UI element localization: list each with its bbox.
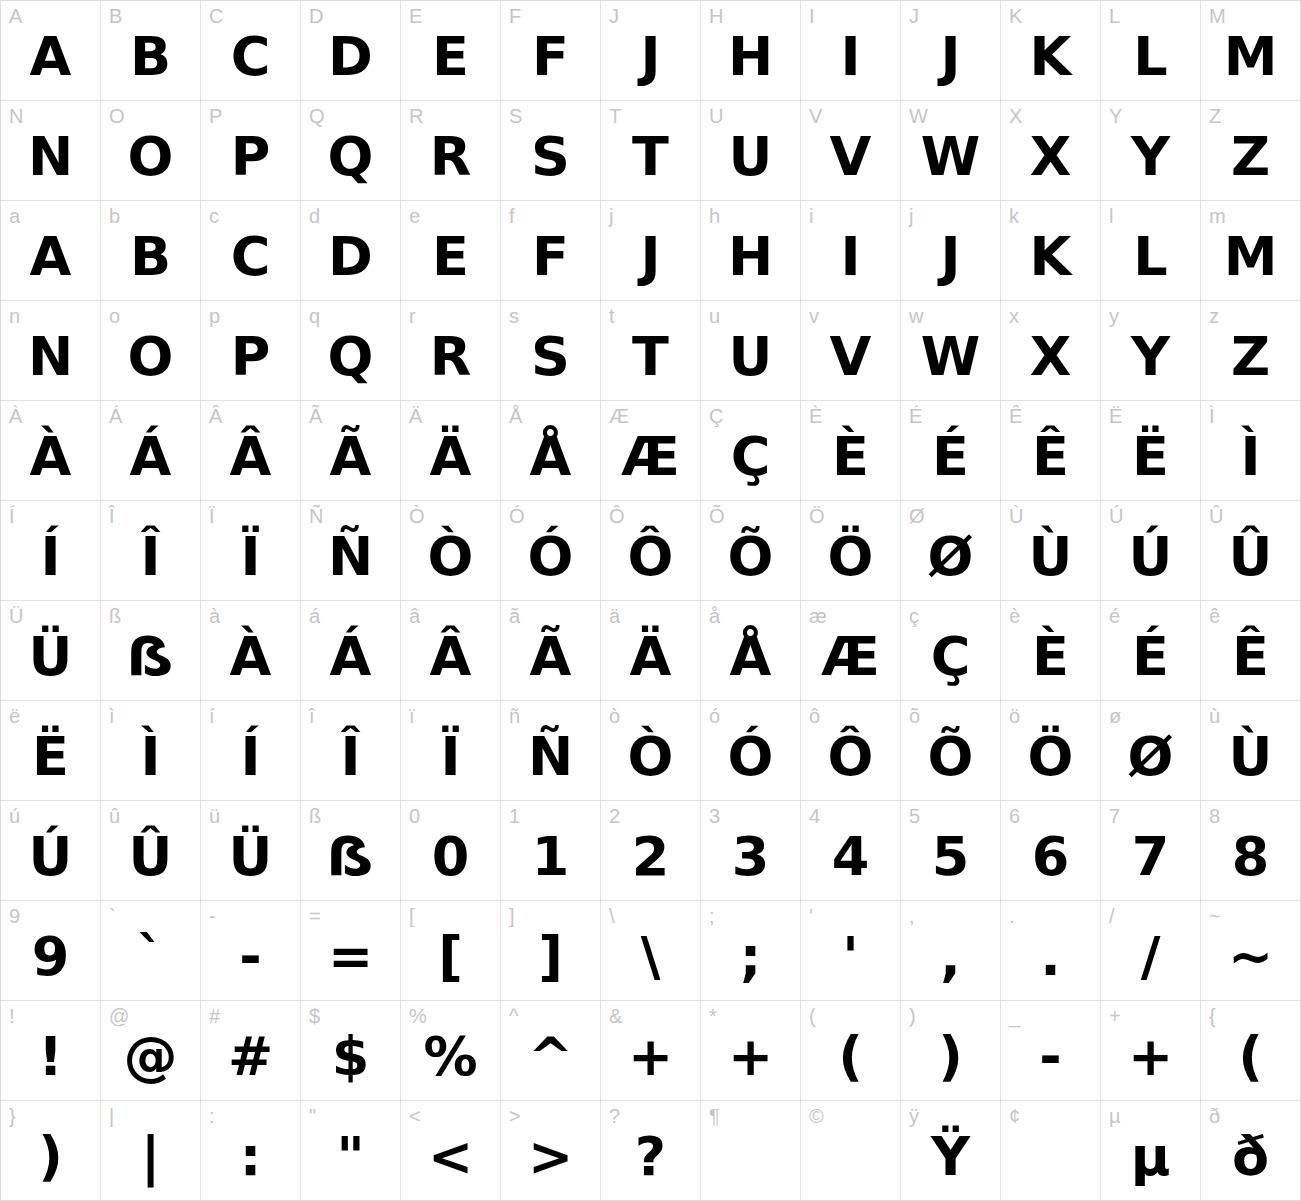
char-cell: ñÑ [501, 701, 600, 800]
cell-glyph: ẞ [126, 630, 174, 684]
char-cell: íÍ [201, 701, 300, 800]
cell-glyph: È [1032, 630, 1069, 684]
cell-label: ß [309, 806, 321, 826]
char-cell: ÂÂ [201, 401, 300, 500]
cell-glyph: H [728, 30, 773, 84]
cell-label: 7 [1109, 806, 1120, 826]
char-cell: qQ [301, 301, 400, 400]
cell-glyph: D [328, 30, 373, 84]
cell-label: é [1109, 606, 1120, 626]
cell-label: ! [9, 1006, 15, 1026]
char-cell: ÈÈ [801, 401, 900, 500]
cell-glyph: À [30, 430, 72, 484]
char-cell: kK [1001, 201, 1100, 300]
char-cell: %% [401, 1001, 500, 1100]
char-cell: mM [1201, 201, 1300, 300]
cell-glyph: B [130, 230, 171, 284]
cell-label: # [209, 1006, 220, 1026]
char-cell: << [401, 1101, 500, 1200]
cell-label: Æ [609, 406, 629, 426]
cell-glyph: X [1030, 330, 1072, 384]
cell-glyph: É [1132, 630, 1169, 684]
cell-label: É [909, 406, 922, 426]
char-cell: ßẞ [101, 601, 200, 700]
cell-label: û [109, 806, 120, 826]
cell-glyph: ! [38, 1030, 63, 1084]
cell-label: ê [1209, 606, 1220, 626]
cell-label: ã [509, 606, 520, 626]
cell-label: Û [1209, 506, 1223, 526]
cell-glyph: E [432, 230, 469, 284]
cell-glyph: R [430, 330, 472, 384]
char-cell: ÊÊ [1001, 401, 1100, 500]
char-cell: @@ [101, 1001, 200, 1100]
char-cell: DD [301, 1, 400, 100]
char-cell: HH [701, 1, 800, 100]
char-cell: ÀÀ [1, 401, 100, 500]
char-cell: yY [1101, 301, 1200, 400]
cell-label: h [709, 206, 720, 226]
cell-glyph: Å [730, 630, 772, 684]
cell-glyph: + [1128, 1030, 1173, 1084]
cell-glyph: Ø [1128, 730, 1174, 784]
cell-label: Á [109, 406, 122, 426]
cell-glyph: @ [124, 1030, 178, 1084]
char-cell: ÕÕ [701, 501, 800, 600]
cell-label: ø [1109, 706, 1121, 726]
char-cell: NN [1, 101, 100, 200]
cell-glyph: Ñ [528, 730, 573, 784]
cell-label: K [1009, 6, 1022, 26]
cell-glyph: J [940, 230, 960, 284]
cell-glyph: , [940, 930, 961, 984]
char-cell: "" [301, 1101, 400, 1200]
cell-glyph: C [231, 30, 271, 84]
char-cell: RR [401, 101, 500, 200]
cell-glyph: B [130, 30, 171, 84]
cell-glyph: $ [332, 1030, 370, 1084]
char-cell: ìÌ [101, 701, 200, 800]
cell-label: 3 [709, 806, 720, 826]
cell-label: f [509, 206, 515, 226]
cell-glyph: Ó [528, 530, 574, 584]
char-cell: ÜÜ [1, 601, 100, 700]
cell-label: F [509, 6, 521, 26]
cell-glyph: 5 [932, 830, 970, 884]
cell-label: Ô [609, 506, 625, 526]
char-cell: tT [601, 301, 700, 400]
cell-glyph: Ï [240, 530, 260, 584]
cell-label: + [1109, 1006, 1121, 1026]
cell-glyph: Æ [621, 430, 680, 484]
cell-label: > [509, 1106, 521, 1126]
cell-glyph: I [840, 230, 860, 284]
cell-label: ß [109, 606, 121, 626]
cell-glyph: T [632, 330, 669, 384]
cell-glyph: Á [130, 430, 172, 484]
char-cell: ÁÁ [101, 401, 200, 500]
cell-label: , [909, 906, 915, 926]
char-cell: µµ [1101, 1101, 1200, 1200]
char-cell: õÕ [901, 701, 1000, 800]
cell-glyph: Â [430, 630, 472, 684]
char-cell: AA [1, 1, 100, 100]
cell-label: D [309, 6, 323, 26]
cell-glyph: Ã [330, 430, 372, 484]
cell-label: ì [109, 706, 115, 726]
char-cell: $$ [301, 1001, 400, 1100]
cell-glyph: Ñ [328, 530, 373, 584]
char-cell: ÑÑ [301, 501, 400, 600]
char-cell: (( [801, 1001, 900, 1100]
char-cell: ßẞ [301, 801, 400, 900]
cell-glyph: Ì [140, 730, 160, 784]
cell-glyph: Y [1131, 330, 1170, 384]
cell-glyph: - [239, 930, 261, 984]
char-cell: 55 [901, 801, 1000, 900]
char-cell: LL [1101, 1, 1200, 100]
char-cell: xX [1001, 301, 1100, 400]
cell-label: å [709, 606, 720, 626]
char-cell: ~~ [1201, 901, 1300, 1000]
cell-glyph: Z [1231, 130, 1270, 184]
cell-glyph: \ [641, 930, 661, 984]
char-cell: == [301, 901, 400, 1000]
char-cell: êÊ [1201, 601, 1300, 700]
char-cell: öÖ [1001, 701, 1100, 800]
cell-glyph: Y [1131, 130, 1170, 184]
cell-glyph: S [531, 330, 570, 384]
char-cell: jJ [901, 201, 1000, 300]
cell-glyph: È [832, 430, 869, 484]
cell-label: R [409, 106, 423, 126]
cell-glyph: Ü [29, 630, 73, 684]
cell-label: Ú [1109, 506, 1123, 526]
char-cell: || [101, 1101, 200, 1200]
cell-label: 1 [509, 806, 520, 826]
char-cell: EE [401, 1, 500, 100]
cell-label: O [109, 106, 125, 126]
cell-glyph: Æ [821, 630, 880, 684]
cell-glyph: M [1224, 230, 1278, 284]
char-cell: ÄÄ [401, 401, 500, 500]
cell-glyph: ? [635, 1130, 666, 1184]
cell-label: M [1209, 6, 1226, 26]
cell-label: Ì [1209, 406, 1215, 426]
cell-glyph: K [1030, 230, 1072, 284]
cell-glyph: D [328, 230, 373, 284]
cell-label: p [209, 306, 220, 326]
cell-glyph: Â [230, 430, 272, 484]
cell-label: ñ [509, 706, 520, 726]
char-cell: øØ [1101, 701, 1200, 800]
cell-label: Ë [1109, 406, 1122, 426]
char-cell: áÁ [301, 601, 400, 700]
cell-label: V [809, 106, 822, 126]
char-cell: ïÏ [401, 701, 500, 800]
char-cell: ÅÅ [501, 401, 600, 500]
cell-label: ò [609, 706, 620, 726]
cell-glyph: > [528, 1130, 573, 1184]
char-cell: 00 [401, 801, 500, 900]
char-cell: ÿŸ [901, 1101, 1000, 1200]
cell-glyph: Q [328, 330, 374, 384]
char-cell: PP [201, 101, 300, 200]
cell-label: T [609, 106, 621, 126]
cell-label: W [909, 106, 928, 126]
cell-glyph: Ë [32, 730, 69, 784]
cell-label: ð [1209, 1106, 1220, 1126]
char-cell: jJ [601, 201, 700, 300]
cell-label: z [1209, 306, 1219, 326]
cell-glyph: Ò [628, 730, 674, 784]
cell-glyph: N [28, 330, 73, 384]
char-cell: ÇÇ [701, 401, 800, 500]
char-cell: çÇ [901, 601, 1000, 700]
cell-label: L [1109, 6, 1120, 26]
cell-glyph: Ô [628, 530, 674, 584]
char-cell: lL [1101, 201, 1200, 300]
char-cell: ØØ [901, 501, 1000, 600]
char-cell: &+ [601, 1001, 700, 1100]
cell-glyph: Ö [828, 530, 874, 584]
cell-label: 2 [609, 806, 620, 826]
cell-label: Ê [1009, 406, 1022, 426]
cell-label: u [709, 306, 720, 326]
cell-label: H [709, 6, 723, 26]
cell-label: ä [609, 606, 620, 626]
cell-label: X [1009, 106, 1022, 126]
cell-label: Z [1209, 106, 1221, 126]
cell-label: j [909, 206, 913, 226]
cell-label: â [409, 606, 420, 626]
cell-glyph: O [128, 330, 174, 384]
cell-label: C [209, 6, 223, 26]
cell-label: ? [609, 1106, 620, 1126]
cell-glyph: Û [129, 830, 173, 884]
char-cell: 77 [1101, 801, 1200, 900]
cell-label: @ [109, 1006, 129, 1026]
char-cell: ,, [901, 901, 1000, 1000]
char-cell: {( [1201, 1001, 1300, 1100]
cell-label: w [909, 306, 923, 326]
cell-glyph: Ë [1132, 430, 1169, 484]
cell-glyph: 3 [732, 830, 770, 884]
char-cell: ËË [1101, 401, 1200, 500]
char-cell: ÖÖ [801, 501, 900, 600]
cell-label: " [309, 1106, 316, 1126]
cell-label: Ù [1009, 506, 1023, 526]
cell-glyph: 7 [1132, 830, 1170, 884]
cell-glyph: " [336, 1130, 364, 1184]
cell-glyph: W [921, 330, 981, 384]
cell-label: i [809, 206, 813, 226]
char-cell: îÎ [301, 701, 400, 800]
cell-glyph: ð [1232, 1130, 1269, 1184]
cell-glyph: [ [438, 930, 463, 984]
cell-label: E [409, 6, 422, 26]
char-cell: âÂ [401, 601, 500, 700]
cell-glyph: < [428, 1130, 473, 1184]
cell-label: ~ [1209, 906, 1221, 926]
cell-glyph: E [432, 30, 469, 84]
cell-label: . [1009, 906, 1015, 926]
cell-label: k [1009, 206, 1019, 226]
char-cell: äÄ [601, 601, 700, 700]
cell-label: ó [709, 706, 720, 726]
char-cell: 11 [501, 801, 600, 900]
cell-label: N [9, 106, 23, 126]
cell-glyph: L [1133, 230, 1167, 284]
cell-label: 5 [909, 806, 920, 826]
cell-label: a [9, 206, 20, 226]
cell-label: µ [1109, 1106, 1121, 1126]
char-cell: }) [1, 1101, 100, 1200]
cell-glyph: ( [838, 1030, 863, 1084]
cell-label: v [809, 306, 819, 326]
char-cell: BB [101, 1, 200, 100]
char-cell: æÆ [801, 601, 900, 700]
char-cell: ÏÏ [201, 501, 300, 600]
cell-label: o [109, 306, 120, 326]
char-cell: iI [801, 201, 900, 300]
cell-label: ¶ [709, 1106, 720, 1126]
char-cell: fF [501, 201, 600, 300]
cell-label: ' [809, 906, 813, 926]
char-cell: TT [601, 101, 700, 200]
char-cell: MM [1201, 1, 1300, 100]
cell-glyph: C [231, 230, 271, 284]
cell-label: Ï [209, 506, 215, 526]
cell-label: Ø [909, 506, 925, 526]
char-cell: '' [801, 901, 900, 1000]
cell-label: P [209, 106, 222, 126]
cell-label: 9 [9, 906, 20, 926]
cell-glyph: A [30, 30, 72, 84]
cell-label: 6 [1009, 806, 1020, 826]
char-cell: UU [701, 101, 800, 200]
cell-glyph: Q [328, 130, 374, 184]
char-cell: aA [1, 201, 100, 300]
cell-label: © [809, 1106, 824, 1126]
char-cell: [[ [401, 901, 500, 1000]
cell-glyph: N [28, 130, 73, 184]
cell-label: % [409, 1006, 427, 1026]
cell-label: < [409, 1106, 421, 1126]
char-cell: zZ [1201, 301, 1300, 400]
cell-label: Ç [709, 406, 723, 426]
cell-glyph: = [328, 930, 373, 984]
char-cell: pP [201, 301, 300, 400]
cell-label: Ñ [309, 506, 323, 526]
cell-glyph: Ò [428, 530, 474, 584]
cell-label: [ [409, 906, 415, 926]
cell-label: Í [9, 506, 15, 526]
cell-label: _ [1009, 1006, 1020, 1026]
cell-label: à [209, 606, 220, 626]
char-cell: 66 [1001, 801, 1100, 900]
cell-label: 0 [409, 806, 420, 826]
cell-glyph: U [729, 130, 773, 184]
char-cell: WW [901, 101, 1000, 200]
char-cell: üÜ [201, 801, 300, 900]
char-cell: OO [101, 101, 200, 200]
char-cell: bB [101, 201, 200, 300]
cell-glyph: ` [137, 930, 164, 984]
cell-glyph: À [230, 630, 272, 684]
char-cell: CC [201, 1, 300, 100]
char-cell: JJ [601, 1, 700, 100]
cell-glyph: 9 [32, 930, 70, 984]
cell-label: ü [209, 806, 220, 826]
cell-label: ù [1209, 706, 1220, 726]
char-cell: àÀ [201, 601, 300, 700]
cell-label: ` [109, 906, 116, 926]
character-map-grid: AABBCCDDEEFFJJHHIIJJKKLLMMNNOOPPQQRRSSTT… [0, 0, 1301, 1201]
cell-label: ( [809, 1006, 816, 1026]
cell-label: J [909, 6, 919, 26]
char-cell: hH [701, 201, 800, 300]
char-cell: QQ [301, 101, 400, 200]
cell-label: \ [609, 906, 615, 926]
cell-label: ) [909, 1006, 916, 1026]
char-cell: 22 [601, 801, 700, 900]
cell-label: I [809, 6, 815, 26]
char-cell: ôÔ [801, 701, 900, 800]
char-cell: ÍÍ [1, 501, 100, 600]
cell-label: Ü [9, 606, 23, 626]
cell-label: õ [909, 706, 920, 726]
cell-glyph: É [932, 430, 969, 484]
cell-label: : [209, 1106, 215, 1126]
cell-label: Ò [409, 506, 425, 526]
char-cell: ;; [701, 901, 800, 1000]
cell-glyph: ) [938, 1030, 963, 1084]
char-cell: VV [801, 101, 900, 200]
char-cell: 33 [701, 801, 800, 900]
cell-glyph: Ç [931, 630, 971, 684]
char-cell: )) [901, 1001, 1000, 1100]
char-cell: .. [1001, 901, 1100, 1000]
cell-label: Õ [709, 506, 725, 526]
char-cell: ¢ [1001, 1101, 1100, 1200]
cell-glyph: W [921, 130, 981, 184]
cell-glyph: J [640, 30, 660, 84]
cell-glyph: F [532, 30, 569, 84]
cell-glyph: ' [842, 930, 859, 984]
cell-glyph: ~ [1228, 930, 1273, 984]
char-cell: `` [101, 901, 200, 1000]
cell-glyph: J [940, 30, 960, 84]
cell-label: Â [209, 406, 222, 426]
cell-label: x [1009, 306, 1019, 326]
cell-label: = [309, 906, 321, 926]
cell-glyph: L [1133, 30, 1167, 84]
cell-glyph: Ô [828, 730, 874, 784]
cell-glyph: Î [340, 730, 360, 784]
cell-label: Ã [309, 406, 322, 426]
char-cell: ÚÚ [1101, 501, 1200, 600]
cell-label: ú [9, 806, 20, 826]
cell-glyph: V [830, 330, 872, 384]
cell-label: Î [109, 506, 115, 526]
char-cell: úÚ [1, 801, 100, 900]
cell-glyph: ^ [528, 1030, 573, 1084]
cell-label: m [1209, 206, 1226, 226]
cell-glyph: . [1040, 930, 1061, 984]
char-cell: óÓ [701, 701, 800, 800]
char-cell: XX [1001, 101, 1100, 200]
